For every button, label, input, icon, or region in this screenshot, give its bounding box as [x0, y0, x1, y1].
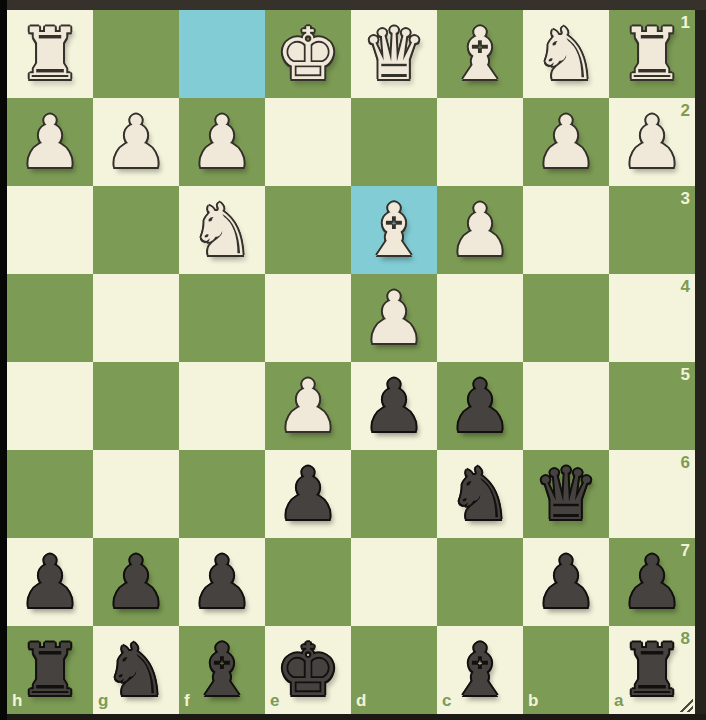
piece-white-bishop-d3[interactable]: ♝	[351, 186, 437, 274]
rank-label-5: 5	[681, 365, 690, 385]
square-c7[interactable]	[437, 538, 523, 626]
square-f7[interactable]: ♟	[179, 538, 265, 626]
file-label-d: d	[356, 691, 366, 711]
square-b4[interactable]	[523, 274, 609, 362]
square-d7[interactable]	[351, 538, 437, 626]
piece-white-pawn-a2[interactable]: ♟	[609, 98, 695, 186]
piece-black-bishop-f8[interactable]: ♝	[179, 626, 265, 714]
square-a6[interactable]: 6	[609, 450, 695, 538]
square-c6[interactable]: ♞	[437, 450, 523, 538]
piece-black-pawn-f7[interactable]: ♟	[179, 538, 265, 626]
square-a5[interactable]: 5	[609, 362, 695, 450]
piece-white-pawn-d4[interactable]: ♟	[351, 274, 437, 362]
file-label-b: b	[528, 691, 538, 711]
piece-black-king-e8[interactable]: ♚	[265, 626, 351, 714]
square-a7[interactable]: 7♟	[609, 538, 695, 626]
square-e3[interactable]	[265, 186, 351, 274]
piece-black-pawn-h7[interactable]: ♟	[7, 538, 93, 626]
square-a3[interactable]: 3	[609, 186, 695, 274]
piece-black-pawn-c5[interactable]: ♟	[437, 362, 523, 450]
rank-label-6: 6	[681, 453, 690, 473]
piece-white-knight-b1[interactable]: ♞	[523, 10, 609, 98]
square-h5[interactable]	[7, 362, 93, 450]
chess-board: ♜♚♛♝♞1♜♟♟♟♟2♟♞♝♟3♟4♟♟♟5♟♞♛6♟♟♟♟7♟h♜g♞f♝e…	[7, 10, 695, 714]
piece-black-pawn-b7[interactable]: ♟	[523, 538, 609, 626]
square-e4[interactable]	[265, 274, 351, 362]
square-c1[interactable]: ♝	[437, 10, 523, 98]
square-b6[interactable]: ♛	[523, 450, 609, 538]
square-f5[interactable]	[179, 362, 265, 450]
piece-black-pawn-a7[interactable]: ♟	[609, 538, 695, 626]
square-g6[interactable]	[93, 450, 179, 538]
square-h3[interactable]	[7, 186, 93, 274]
square-d1[interactable]: ♛	[351, 10, 437, 98]
piece-white-pawn-e5[interactable]: ♟	[265, 362, 351, 450]
piece-white-pawn-g2[interactable]: ♟	[93, 98, 179, 186]
square-h4[interactable]	[7, 274, 93, 362]
square-e8[interactable]: e♚	[265, 626, 351, 714]
square-a8[interactable]: 8a♜	[609, 626, 695, 714]
piece-white-pawn-h2[interactable]: ♟	[7, 98, 93, 186]
square-d3[interactable]: ♝	[351, 186, 437, 274]
square-d4[interactable]: ♟	[351, 274, 437, 362]
rank-label-3: 3	[681, 189, 690, 209]
square-f3[interactable]: ♞	[179, 186, 265, 274]
square-g2[interactable]: ♟	[93, 98, 179, 186]
board-frame-right	[695, 10, 706, 720]
piece-black-bishop-c8[interactable]: ♝	[437, 626, 523, 714]
square-f1[interactable]	[179, 10, 265, 98]
piece-white-pawn-c3[interactable]: ♟	[437, 186, 523, 274]
piece-black-pawn-e6[interactable]: ♟	[265, 450, 351, 538]
square-b8[interactable]: b	[523, 626, 609, 714]
square-g5[interactable]	[93, 362, 179, 450]
square-g3[interactable]	[93, 186, 179, 274]
square-b2[interactable]: ♟	[523, 98, 609, 186]
piece-white-bishop-c1[interactable]: ♝	[437, 10, 523, 98]
square-f6[interactable]	[179, 450, 265, 538]
square-f4[interactable]	[179, 274, 265, 362]
square-e6[interactable]: ♟	[265, 450, 351, 538]
square-f2[interactable]: ♟	[179, 98, 265, 186]
square-d5[interactable]: ♟	[351, 362, 437, 450]
board-frame-top	[0, 0, 706, 10]
square-a1[interactable]: 1♜	[609, 10, 695, 98]
square-b7[interactable]: ♟	[523, 538, 609, 626]
piece-white-queen-d1[interactable]: ♛	[351, 10, 437, 98]
board-frame-bottom	[7, 714, 706, 720]
piece-white-knight-f3[interactable]: ♞	[179, 186, 265, 274]
square-g1[interactable]	[93, 10, 179, 98]
piece-black-knight-g8[interactable]: ♞	[93, 626, 179, 714]
piece-black-rook-h8[interactable]: ♜	[7, 626, 93, 714]
piece-white-rook-a1[interactable]: ♜	[609, 10, 695, 98]
square-g4[interactable]	[93, 274, 179, 362]
board-frame-left	[0, 0, 7, 720]
piece-white-king-e1[interactable]: ♚	[265, 10, 351, 98]
square-d6[interactable]	[351, 450, 437, 538]
square-h1[interactable]: ♜	[7, 10, 93, 98]
square-h2[interactable]: ♟	[7, 98, 93, 186]
square-c3[interactable]: ♟	[437, 186, 523, 274]
square-e5[interactable]: ♟	[265, 362, 351, 450]
square-e1[interactable]: ♚	[265, 10, 351, 98]
square-e2[interactable]	[265, 98, 351, 186]
piece-black-knight-c6[interactable]: ♞	[437, 450, 523, 538]
square-g8[interactable]: g♞	[93, 626, 179, 714]
square-b1[interactable]: ♞	[523, 10, 609, 98]
piece-black-rook-a8[interactable]: ♜	[609, 626, 695, 714]
square-e7[interactable]	[265, 538, 351, 626]
piece-white-pawn-b2[interactable]: ♟	[523, 98, 609, 186]
square-f8[interactable]: f♝	[179, 626, 265, 714]
piece-black-pawn-d5[interactable]: ♟	[351, 362, 437, 450]
square-b5[interactable]	[523, 362, 609, 450]
piece-black-queen-b6[interactable]: ♛	[523, 450, 609, 538]
square-h6[interactable]	[7, 450, 93, 538]
square-d2[interactable]	[351, 98, 437, 186]
square-a4[interactable]: 4	[609, 274, 695, 362]
square-a2[interactable]: 2♟	[609, 98, 695, 186]
square-c2[interactable]	[437, 98, 523, 186]
square-d8[interactable]: d	[351, 626, 437, 714]
square-c5[interactable]: ♟	[437, 362, 523, 450]
square-g7[interactable]: ♟	[93, 538, 179, 626]
rank-label-4: 4	[681, 277, 690, 297]
square-h8[interactable]: h♜	[7, 626, 93, 714]
square-c8[interactable]: c♝	[437, 626, 523, 714]
square-b3[interactable]	[523, 186, 609, 274]
piece-black-pawn-g7[interactable]: ♟	[93, 538, 179, 626]
piece-white-rook-h1[interactable]: ♜	[7, 10, 93, 98]
piece-white-pawn-f2[interactable]: ♟	[179, 98, 265, 186]
square-h7[interactable]: ♟	[7, 538, 93, 626]
square-c4[interactable]	[437, 274, 523, 362]
